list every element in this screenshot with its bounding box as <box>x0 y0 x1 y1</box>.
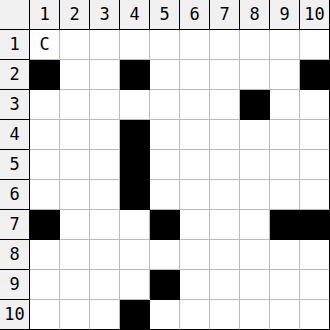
cell-r6c7[interactable] <box>210 180 240 210</box>
cell-r8c10[interactable] <box>300 240 330 270</box>
cell-r8c6[interactable] <box>180 240 210 270</box>
cell-r10c6[interactable] <box>180 300 210 330</box>
col-header-8: 8 <box>240 0 270 30</box>
cell-r6c3[interactable] <box>90 180 120 210</box>
cell-r7c4[interactable] <box>120 210 150 240</box>
cell-r6c9[interactable] <box>270 180 300 210</box>
cell-r3c7[interactable] <box>210 90 240 120</box>
puzzle-board: 123456789101C2345678910 <box>0 0 330 330</box>
cell-r4c1[interactable] <box>30 120 60 150</box>
cell-r1c5[interactable] <box>150 30 180 60</box>
cell-r1c3[interactable] <box>90 30 120 60</box>
cell-r3c9[interactable] <box>270 90 300 120</box>
cell-r5c8[interactable] <box>240 150 270 180</box>
black-cell-r7c1[interactable] <box>30 210 60 240</box>
cell-r4c8[interactable] <box>240 120 270 150</box>
cell-r6c5[interactable] <box>150 180 180 210</box>
cell-r7c7[interactable] <box>210 210 240 240</box>
cell-r4c9[interactable] <box>270 120 300 150</box>
cell-r9c7[interactable] <box>210 270 240 300</box>
cell-r9c1[interactable] <box>30 270 60 300</box>
cell-r7c6[interactable] <box>180 210 210 240</box>
black-cell-r7c10[interactable] <box>300 210 330 240</box>
black-cell-r7c5[interactable] <box>150 210 180 240</box>
black-cell-r4c4[interactable] <box>120 120 150 150</box>
cell-r10c1[interactable] <box>30 300 60 330</box>
row-header-4: 4 <box>0 120 30 150</box>
cell-r1c1[interactable]: C <box>30 30 60 60</box>
cell-r8c2[interactable] <box>60 240 90 270</box>
cell-r4c7[interactable] <box>210 120 240 150</box>
col-header-2: 2 <box>60 0 90 30</box>
cell-r6c8[interactable] <box>240 180 270 210</box>
cell-r4c10[interactable] <box>300 120 330 150</box>
cell-r5c3[interactable] <box>90 150 120 180</box>
row-header-7: 7 <box>0 210 30 240</box>
cell-r8c7[interactable] <box>210 240 240 270</box>
cell-r9c8[interactable] <box>240 270 270 300</box>
cell-r5c9[interactable] <box>270 150 300 180</box>
cell-r9c2[interactable] <box>60 270 90 300</box>
cell-r3c2[interactable] <box>60 90 90 120</box>
cell-r10c9[interactable] <box>270 300 300 330</box>
cell-r10c10[interactable] <box>300 300 330 330</box>
col-header-6: 6 <box>180 0 210 30</box>
cell-r1c4[interactable] <box>120 30 150 60</box>
black-cell-r2c4[interactable] <box>120 60 150 90</box>
cell-r2c9[interactable] <box>270 60 300 90</box>
cell-r5c2[interactable] <box>60 150 90 180</box>
cell-r6c10[interactable] <box>300 180 330 210</box>
row-header-3: 3 <box>0 90 30 120</box>
black-cell-r7c9[interactable] <box>270 210 300 240</box>
cell-r1c2[interactable] <box>60 30 90 60</box>
cell-r2c6[interactable] <box>180 60 210 90</box>
cell-r3c4[interactable] <box>120 90 150 120</box>
cell-r8c1[interactable] <box>30 240 60 270</box>
cell-r10c7[interactable] <box>210 300 240 330</box>
row-header-8: 8 <box>0 240 30 270</box>
cell-r10c8[interactable] <box>240 300 270 330</box>
cell-r1c9[interactable] <box>270 30 300 60</box>
cell-r2c7[interactable] <box>210 60 240 90</box>
cell-r8c8[interactable] <box>240 240 270 270</box>
cell-r3c3[interactable] <box>90 90 120 120</box>
row-header-6: 6 <box>0 180 30 210</box>
cell-r1c6[interactable] <box>180 30 210 60</box>
cell-r10c3[interactable] <box>90 300 120 330</box>
black-cell-r5c4[interactable] <box>120 150 150 180</box>
cell-r3c10[interactable] <box>300 90 330 120</box>
cell-r5c7[interactable] <box>210 150 240 180</box>
black-cell-r2c1[interactable] <box>30 60 60 90</box>
cell-r4c6[interactable] <box>180 120 210 150</box>
row-header-9: 9 <box>0 270 30 300</box>
cell-r5c1[interactable] <box>30 150 60 180</box>
black-cell-r6c4[interactable] <box>120 180 150 210</box>
cell-r9c10[interactable] <box>300 270 330 300</box>
cell-r6c1[interactable] <box>30 180 60 210</box>
cell-r3c6[interactable] <box>180 90 210 120</box>
cell-r9c3[interactable] <box>90 270 120 300</box>
cell-r4c2[interactable] <box>60 120 90 150</box>
col-header-10: 10 <box>300 0 330 30</box>
black-cell-r2c10[interactable] <box>300 60 330 90</box>
row-header-10: 10 <box>0 300 30 330</box>
cell-r5c6[interactable] <box>180 150 210 180</box>
row-header-1: 1 <box>0 30 30 60</box>
col-header-7: 7 <box>210 0 240 30</box>
cell-r9c9[interactable] <box>270 270 300 300</box>
cell-r10c5[interactable] <box>150 300 180 330</box>
col-header-9: 9 <box>270 0 300 30</box>
cell-r3c5[interactable] <box>150 90 180 120</box>
cell-r4c5[interactable] <box>150 120 180 150</box>
cell-r3c1[interactable] <box>30 90 60 120</box>
cell-r8c5[interactable] <box>150 240 180 270</box>
cell-r2c8[interactable] <box>240 60 270 90</box>
col-header-4: 4 <box>120 0 150 30</box>
black-cell-r10c4[interactable] <box>120 300 150 330</box>
cell-r9c6[interactable] <box>180 270 210 300</box>
row-header-5: 5 <box>0 150 30 180</box>
cell-r2c5[interactable] <box>150 60 180 90</box>
col-header-3: 3 <box>90 0 120 30</box>
cell-r10c2[interactable] <box>60 300 90 330</box>
col-header-1: 1 <box>30 0 60 30</box>
cell-r5c5[interactable] <box>150 150 180 180</box>
cell-r7c3[interactable] <box>90 210 120 240</box>
black-cell-r3c8[interactable] <box>240 90 270 120</box>
cell-r6c2[interactable] <box>60 180 90 210</box>
cell-r4c3[interactable] <box>90 120 120 150</box>
cell-r8c3[interactable] <box>90 240 120 270</box>
cell-r2c2[interactable] <box>60 60 90 90</box>
col-header-5: 5 <box>150 0 180 30</box>
cell-r8c4[interactable] <box>120 240 150 270</box>
cell-r8c9[interactable] <box>270 240 300 270</box>
row-header-2: 2 <box>0 60 30 90</box>
cell-r7c8[interactable] <box>240 210 270 240</box>
cell-r1c8[interactable] <box>240 30 270 60</box>
cell-r1c10[interactable] <box>300 30 330 60</box>
cell-r1c7[interactable] <box>210 30 240 60</box>
corner-cell <box>0 0 30 30</box>
cell-r9c4[interactable] <box>120 270 150 300</box>
cell-r2c3[interactable] <box>90 60 120 90</box>
cell-r6c6[interactable] <box>180 180 210 210</box>
cell-r5c10[interactable] <box>300 150 330 180</box>
black-cell-r9c5[interactable] <box>150 270 180 300</box>
cell-r7c2[interactable] <box>60 210 90 240</box>
